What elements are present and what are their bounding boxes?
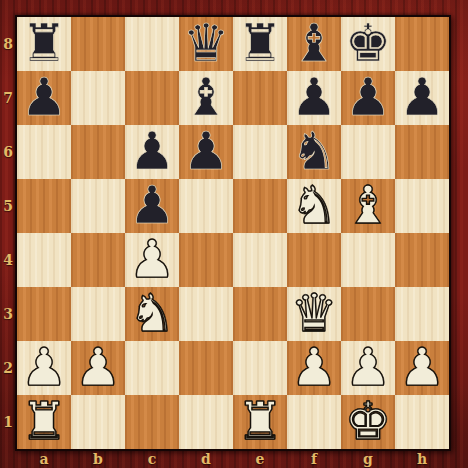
square-h8[interactable]	[395, 17, 449, 71]
square-d6[interactable]: ♟	[179, 125, 233, 179]
square-c2[interactable]	[125, 341, 179, 395]
square-d1[interactable]	[179, 395, 233, 449]
white-pawn: ♟	[399, 341, 446, 395]
black-rook: ♜	[237, 17, 284, 71]
square-h7[interactable]: ♟	[395, 71, 449, 125]
black-knight: ♞	[291, 125, 338, 179]
file-label-f: f	[311, 451, 317, 467]
white-king: ♚	[345, 395, 392, 449]
square-g4[interactable]	[341, 233, 395, 287]
rank-label-4: 4	[3, 252, 13, 268]
square-e8[interactable]: ♜	[233, 17, 287, 71]
square-d4[interactable]	[179, 233, 233, 287]
square-d8[interactable]: ♛	[179, 17, 233, 71]
rank-label-3: 3	[3, 306, 13, 322]
file-label-a: a	[39, 451, 48, 467]
black-pawn: ♟	[183, 125, 230, 179]
square-e5[interactable]	[233, 179, 287, 233]
square-a2[interactable]: ♟	[17, 341, 71, 395]
chess-board: ♜♛♜♝♚♟♝♟♟♟♟♟♞♟♞♝♟♞♛♟♟♟♟♟♜♜♚	[15, 15, 451, 451]
white-pawn: ♟	[345, 341, 392, 395]
rank-label-8: 8	[3, 36, 13, 52]
black-pawn: ♟	[129, 125, 176, 179]
white-pawn: ♟	[75, 341, 122, 395]
white-knight: ♞	[291, 179, 338, 233]
square-f3[interactable]: ♛	[287, 287, 341, 341]
black-pawn: ♟	[21, 71, 68, 125]
square-f7[interactable]: ♟	[287, 71, 341, 125]
square-c6[interactable]: ♟	[125, 125, 179, 179]
file-label-b: b	[93, 451, 103, 467]
square-e2[interactable]	[233, 341, 287, 395]
board-frame: ♜♛♜♝♚♟♝♟♟♟♟♟♞♟♞♝♟♞♛♟♟♟♟♟♜♜♚ 87654321abcd…	[0, 0, 468, 468]
square-g3[interactable]	[341, 287, 395, 341]
square-f6[interactable]: ♞	[287, 125, 341, 179]
square-b6[interactable]	[71, 125, 125, 179]
square-e7[interactable]	[233, 71, 287, 125]
white-rook: ♜	[21, 395, 68, 449]
square-g6[interactable]	[341, 125, 395, 179]
square-g8[interactable]: ♚	[341, 17, 395, 71]
file-label-h: h	[417, 451, 427, 467]
square-h3[interactable]	[395, 287, 449, 341]
black-pawn: ♟	[399, 71, 446, 125]
square-h2[interactable]: ♟	[395, 341, 449, 395]
square-a1[interactable]: ♜	[17, 395, 71, 449]
white-queen: ♛	[291, 287, 338, 341]
white-pawn: ♟	[291, 341, 338, 395]
square-c4[interactable]: ♟	[125, 233, 179, 287]
black-rook: ♜	[21, 17, 68, 71]
white-pawn: ♟	[21, 341, 68, 395]
square-f5[interactable]: ♞	[287, 179, 341, 233]
square-d5[interactable]	[179, 179, 233, 233]
square-c5[interactable]: ♟	[125, 179, 179, 233]
rank-label-7: 7	[3, 90, 13, 106]
white-pawn: ♟	[129, 233, 176, 287]
file-label-e: e	[256, 451, 265, 467]
rank-label-2: 2	[3, 360, 13, 376]
black-bishop: ♝	[291, 17, 338, 71]
square-a3[interactable]	[17, 287, 71, 341]
square-a8[interactable]: ♜	[17, 17, 71, 71]
file-label-c: c	[148, 451, 157, 467]
square-b7[interactable]	[71, 71, 125, 125]
rank-label-1: 1	[3, 414, 13, 430]
white-bishop: ♝	[345, 179, 392, 233]
square-c7[interactable]	[125, 71, 179, 125]
square-e6[interactable]	[233, 125, 287, 179]
square-c3[interactable]: ♞	[125, 287, 179, 341]
white-knight: ♞	[129, 287, 176, 341]
black-king: ♚	[345, 17, 392, 71]
square-d2[interactable]	[179, 341, 233, 395]
square-g7[interactable]: ♟	[341, 71, 395, 125]
square-g2[interactable]: ♟	[341, 341, 395, 395]
square-e3[interactable]	[233, 287, 287, 341]
square-g1[interactable]: ♚	[341, 395, 395, 449]
square-d3[interactable]	[179, 287, 233, 341]
square-c8[interactable]	[125, 17, 179, 71]
square-g5[interactable]: ♝	[341, 179, 395, 233]
black-bishop: ♝	[183, 71, 230, 125]
square-h1[interactable]	[395, 395, 449, 449]
square-b4[interactable]	[71, 233, 125, 287]
square-e1[interactable]: ♜	[233, 395, 287, 449]
black-queen: ♛	[183, 17, 230, 71]
black-pawn: ♟	[345, 71, 392, 125]
square-h4[interactable]	[395, 233, 449, 287]
square-c1[interactable]	[125, 395, 179, 449]
square-a6[interactable]	[17, 125, 71, 179]
file-label-g: g	[363, 451, 373, 467]
file-label-d: d	[201, 451, 211, 467]
square-b8[interactable]	[71, 17, 125, 71]
square-a5[interactable]	[17, 179, 71, 233]
rank-label-6: 6	[3, 144, 13, 160]
black-pawn: ♟	[291, 71, 338, 125]
square-d7[interactable]: ♝	[179, 71, 233, 125]
square-b5[interactable]	[71, 179, 125, 233]
square-a7[interactable]: ♟	[17, 71, 71, 125]
square-b2[interactable]: ♟	[71, 341, 125, 395]
square-h6[interactable]	[395, 125, 449, 179]
white-rook: ♜	[237, 395, 284, 449]
square-f4[interactable]	[287, 233, 341, 287]
square-e4[interactable]	[233, 233, 287, 287]
square-a4[interactable]	[17, 233, 71, 287]
black-pawn: ♟	[129, 179, 176, 233]
square-f8[interactable]: ♝	[287, 17, 341, 71]
square-b1[interactable]	[71, 395, 125, 449]
square-f1[interactable]	[287, 395, 341, 449]
square-h5[interactable]	[395, 179, 449, 233]
rank-label-5: 5	[3, 198, 13, 214]
square-f2[interactable]: ♟	[287, 341, 341, 395]
square-b3[interactable]	[71, 287, 125, 341]
